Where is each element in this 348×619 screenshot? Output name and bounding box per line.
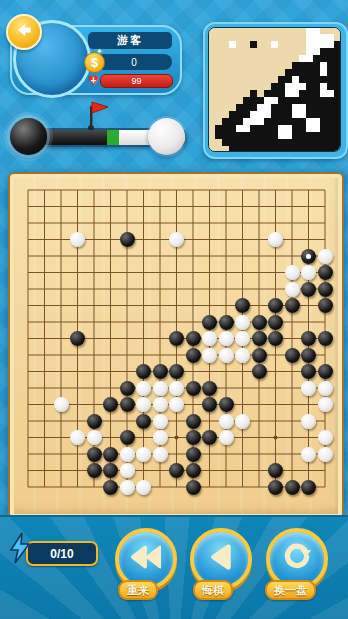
- minimap-cell: [320, 111, 327, 118]
- minimap-cell: [264, 55, 271, 62]
- minimap-cell: [250, 132, 257, 139]
- white-stone: [219, 348, 234, 363]
- minimap-cell: [278, 125, 285, 132]
- black-stone: [87, 463, 102, 478]
- minimap-cell: [299, 132, 306, 139]
- white-stone: [235, 348, 250, 363]
- minimap-cell: [208, 83, 215, 90]
- minimap-cell: [327, 76, 334, 83]
- minimap-cell: [306, 90, 313, 97]
- capture-counter: 0/10: [26, 541, 98, 566]
- white-stone: [202, 348, 217, 363]
- minimap-cell: [215, 69, 222, 76]
- minimap-cell: [264, 48, 271, 55]
- minimap-cell: [306, 83, 313, 90]
- minimap-cell: [299, 55, 306, 62]
- minimap-cell: [271, 97, 278, 104]
- minimap-cell: [243, 69, 250, 76]
- minimap-cell: [320, 27, 327, 34]
- minimap-cell: [299, 90, 306, 97]
- minimap-cell: [208, 55, 215, 62]
- minimap-cell: [327, 69, 334, 76]
- minimap-cell: [278, 146, 285, 152]
- minimap-cell: [271, 125, 278, 132]
- minimap-cell: [243, 111, 250, 118]
- minimap-cell: [208, 118, 215, 125]
- black-stone: [252, 331, 267, 346]
- minimap-cell: [334, 76, 341, 83]
- minimap-cell: [215, 90, 222, 97]
- minimap-cell: [327, 104, 334, 111]
- black-stone: [301, 480, 316, 495]
- minimap-cell: [278, 41, 285, 48]
- minimap-cell: [334, 125, 341, 132]
- minimap-cell: [208, 48, 215, 55]
- minimap-cell: [208, 76, 215, 83]
- minimap-cell: [250, 125, 257, 132]
- bottom-toolbar: 0/10 重来 悔棋: [0, 515, 348, 619]
- minimap-cell: [257, 62, 264, 69]
- black-stone: [301, 331, 316, 346]
- white-stone: [202, 331, 217, 346]
- minimap-cell: [222, 132, 229, 139]
- minimap-cell: [278, 83, 285, 90]
- back-button[interactable]: [6, 14, 42, 50]
- minimap-cell: [208, 125, 215, 132]
- lightning-icon: [8, 532, 32, 568]
- minimap-cell: [299, 76, 306, 83]
- minimap-cell: [243, 90, 250, 97]
- minimap-cell: [236, 69, 243, 76]
- black-stone: [219, 397, 234, 412]
- minimap-cell: [264, 69, 271, 76]
- minimap-cell: [285, 34, 292, 41]
- minimap-cell: [250, 34, 257, 41]
- minimap-cell: [334, 104, 341, 111]
- black-stone: [202, 315, 217, 330]
- minimap-cell: [306, 48, 313, 55]
- minimap-cell: [292, 41, 299, 48]
- minimap-cell: [313, 104, 320, 111]
- minimap-cell: [292, 90, 299, 97]
- minimap-cell: [243, 104, 250, 111]
- balance-bar: [0, 96, 200, 160]
- black-stone: [318, 298, 333, 313]
- minimap-cell: [222, 27, 229, 34]
- black-stone: [268, 315, 283, 330]
- minimap-cell: [215, 97, 222, 104]
- minimap-cell: [215, 76, 222, 83]
- minimap-cell: [278, 27, 285, 34]
- minimap-cell: [292, 111, 299, 118]
- minimap-cell: [264, 41, 271, 48]
- minimap-cell: [313, 118, 320, 125]
- black-stone: [268, 463, 283, 478]
- black-stone: [169, 463, 184, 478]
- minimap-cell: [313, 69, 320, 76]
- minimap-cell: [334, 97, 341, 104]
- minimap-cell: [257, 132, 264, 139]
- minimap-cell: [271, 83, 278, 90]
- black-stone: [186, 463, 201, 478]
- minimap-cell: [229, 118, 236, 125]
- black-stone: [103, 463, 118, 478]
- minimap-cell: [264, 90, 271, 97]
- minimap-cell: [257, 118, 264, 125]
- energy-bar: 99: [100, 74, 173, 88]
- minimap-cell: [215, 104, 222, 111]
- minimap-cell: [320, 97, 327, 104]
- minimap-cell: [271, 139, 278, 146]
- minimap-cell: [271, 90, 278, 97]
- minimap-cell: [271, 62, 278, 69]
- minimap-cell: [229, 104, 236, 111]
- minimap-cell: [320, 55, 327, 62]
- black-stone: [153, 364, 168, 379]
- minimap-cell: [292, 83, 299, 90]
- minimap-cell: [222, 41, 229, 48]
- minimap-cell: [229, 62, 236, 69]
- coin-sparkle-icon: ✦: [96, 47, 103, 56]
- white-stone: [301, 414, 316, 429]
- minimap-cell: [215, 27, 222, 34]
- minimap-cell: [306, 27, 313, 34]
- minimap-cell: [313, 90, 320, 97]
- minimap-cell: [334, 83, 341, 90]
- minimap-cell: [215, 55, 222, 62]
- minimap-cell: [306, 41, 313, 48]
- minimap-cell: [250, 83, 257, 90]
- minimap-cell: [327, 118, 334, 125]
- black-stone: [301, 364, 316, 379]
- black-stone: [186, 348, 201, 363]
- minimap-cell: [257, 90, 264, 97]
- black-stone: [252, 348, 267, 363]
- coin-value: 0: [96, 54, 172, 70]
- minimap-cell: [292, 139, 299, 146]
- black-stone: [219, 315, 234, 330]
- white-stone: [318, 447, 333, 462]
- minimap-cell: [243, 118, 250, 125]
- minimap-cell: [229, 83, 236, 90]
- minimap-cell: [215, 118, 222, 125]
- minimap-cell: [292, 132, 299, 139]
- black-stone: [186, 430, 201, 445]
- white-stone: [169, 232, 184, 247]
- minimap-cell: [215, 139, 222, 146]
- minimap-cell: [257, 41, 264, 48]
- black-stone: [285, 348, 300, 363]
- minimap-cell: [278, 104, 285, 111]
- minimap-cell: [250, 55, 257, 62]
- minimap-cell: [236, 41, 243, 48]
- minimap-cell: [208, 41, 215, 48]
- minimap-cell: [334, 55, 341, 62]
- black-stone: [103, 447, 118, 462]
- minimap-cell: [250, 48, 257, 55]
- minimap-cell: [222, 69, 229, 76]
- minimap-cell: [243, 27, 250, 34]
- minimap-cell: [271, 41, 278, 48]
- minimap-cell: [320, 41, 327, 48]
- minimap-cell: [320, 76, 327, 83]
- minimap-cell: [215, 62, 222, 69]
- minimap-cell: [320, 69, 327, 76]
- minimap-cell: [222, 62, 229, 69]
- minimap-cell: [278, 111, 285, 118]
- minimap-cell: [229, 111, 236, 118]
- newgame-group: 换一盘: [266, 517, 324, 619]
- minimap-cell: [334, 48, 341, 55]
- white-stone: [235, 331, 250, 346]
- minimap-cell: [327, 55, 334, 62]
- minimap-cell: [215, 48, 222, 55]
- minimap-cell: [257, 69, 264, 76]
- minimap-cell: [334, 62, 341, 69]
- black-stone: [202, 381, 217, 396]
- heart-icon: ♥+: [84, 71, 103, 90]
- minimap-cell: [229, 48, 236, 55]
- minimap-cell: [292, 104, 299, 111]
- change-board-label[interactable]: 换一盘: [265, 580, 316, 600]
- minimap-cell: [285, 139, 292, 146]
- black-stone: [70, 331, 85, 346]
- white-stone: [153, 447, 168, 462]
- minimap-cell: [313, 55, 320, 62]
- minimap-cell: [257, 83, 264, 90]
- minimap-cell: [334, 132, 341, 139]
- black-stone: [318, 364, 333, 379]
- minimap-cell: [306, 104, 313, 111]
- minimap-cell: [292, 55, 299, 62]
- minimap-cell: [243, 146, 250, 152]
- minimap-cell: [236, 118, 243, 125]
- white-stone: [136, 397, 151, 412]
- minimap-cell: [320, 132, 327, 139]
- green-marker: [107, 130, 119, 145]
- minimap-cell: [285, 125, 292, 132]
- minimap-cell: [250, 146, 257, 152]
- minimap-cell: [236, 90, 243, 97]
- minimap-cell: [264, 34, 271, 41]
- minimap-cell: [271, 146, 278, 152]
- minimap-cell: [278, 69, 285, 76]
- minimap-cell: [278, 139, 285, 146]
- white-stone: [153, 414, 168, 429]
- minimap-cell: [215, 111, 222, 118]
- minimap-cell: [229, 139, 236, 146]
- minimap-cell: [229, 132, 236, 139]
- minimap-cell: [306, 55, 313, 62]
- minimap-cell: [313, 125, 320, 132]
- minimap-cell: [271, 48, 278, 55]
- minimap-cell: [243, 139, 250, 146]
- minimap-pixels: [208, 27, 341, 152]
- minimap-cell: [229, 27, 236, 34]
- minimap-cell: [236, 132, 243, 139]
- minimap-cell: [306, 69, 313, 76]
- minimap-cell: [229, 34, 236, 41]
- minimap-cell: [299, 125, 306, 132]
- minimap-cell: [271, 69, 278, 76]
- black-stone: [120, 430, 135, 445]
- black-stone: [169, 364, 184, 379]
- minimap-cell: [292, 34, 299, 41]
- minimap-cell: [327, 111, 334, 118]
- white-stone: [153, 381, 168, 396]
- minimap-cell: [243, 83, 250, 90]
- minimap-cell: [285, 111, 292, 118]
- minimap-cell: [327, 83, 334, 90]
- minimap-cell: [215, 146, 222, 152]
- minimap-cell: [236, 34, 243, 41]
- minimap-cell: [299, 83, 306, 90]
- minimap-cell: [243, 48, 250, 55]
- minimap-cell: [264, 76, 271, 83]
- minimap-cell: [257, 125, 264, 132]
- white-stone: [219, 331, 234, 346]
- minimap-cell: [285, 132, 292, 139]
- minimap-cell: [278, 132, 285, 139]
- minimap-cell: [313, 83, 320, 90]
- minimap-cell: [222, 48, 229, 55]
- minimap-cell: [208, 146, 215, 152]
- minimap-cell: [327, 139, 334, 146]
- minimap-cell: [320, 90, 327, 97]
- minimap-cell: [250, 69, 257, 76]
- minimap-cell: [264, 111, 271, 118]
- minimap-cell: [257, 27, 264, 34]
- minimap-cell: [327, 48, 334, 55]
- minimap-cell: [271, 34, 278, 41]
- minimap-cell: [334, 69, 341, 76]
- black-stone: [318, 331, 333, 346]
- minimap-cell: [306, 132, 313, 139]
- minimap-cell: [306, 146, 313, 152]
- minimap-cell: [320, 118, 327, 125]
- white-stone: [235, 414, 250, 429]
- minimap-cell: [236, 125, 243, 132]
- minimap-cell: [229, 41, 236, 48]
- minimap-cell: [313, 34, 320, 41]
- minimap-cell: [320, 139, 327, 146]
- white-stone: [120, 447, 135, 462]
- minimap-cell: [257, 48, 264, 55]
- minimap-cell: [243, 62, 250, 69]
- minimap-cell: [313, 97, 320, 104]
- minimap-cell: [264, 62, 271, 69]
- minimap-cell: [285, 62, 292, 69]
- minimap-cell: [229, 69, 236, 76]
- minimap-cell: [327, 41, 334, 48]
- minimap-cell: [257, 55, 264, 62]
- white-stone: [318, 397, 333, 412]
- minimap-cell: [222, 55, 229, 62]
- minimap-cell: [285, 55, 292, 62]
- minimap-cell: [306, 125, 313, 132]
- minimap-cell: [327, 125, 334, 132]
- minimap-cell: [250, 104, 257, 111]
- minimap-cell: [257, 76, 264, 83]
- minimap-cell: [292, 118, 299, 125]
- minimap-cell: [222, 139, 229, 146]
- black-stone-ball: [10, 118, 47, 155]
- minimap-cell: [327, 90, 334, 97]
- minimap-cell: [327, 62, 334, 69]
- minimap-cell: [243, 125, 250, 132]
- minimap-cell: [299, 104, 306, 111]
- refresh-icon: [283, 543, 311, 575]
- minimap-cell: [292, 97, 299, 104]
- minimap-cell: [243, 55, 250, 62]
- minimap-cell: [292, 76, 299, 83]
- minimap-cell: [327, 146, 334, 152]
- minimap-cell: [208, 104, 215, 111]
- black-stone: [136, 414, 151, 429]
- minimap-cell: [313, 132, 320, 139]
- black-stone: [252, 315, 267, 330]
- minimap-cell: [306, 76, 313, 83]
- black-stone: [87, 414, 102, 429]
- minimap-cell: [271, 118, 278, 125]
- minimap-cell: [215, 83, 222, 90]
- minimap-cell: [257, 97, 264, 104]
- minimap-cell: [299, 27, 306, 34]
- app-screen: 游客 0 $ ✦ ♥+ 99: [0, 0, 348, 619]
- white-stone: [70, 232, 85, 247]
- minimap-cell: [299, 146, 306, 152]
- white-stone: [301, 381, 316, 396]
- minimap-cell: [264, 83, 271, 90]
- minimap-cell: [236, 76, 243, 83]
- minimap-cell: [313, 27, 320, 34]
- minimap-cell: [278, 97, 285, 104]
- minimap-cell: [320, 48, 327, 55]
- minimap-cell: [236, 146, 243, 152]
- minimap-cell: [257, 104, 264, 111]
- minimap-cell: [285, 118, 292, 125]
- white-stone: [120, 480, 135, 495]
- undo-label[interactable]: 悔棋: [193, 580, 233, 600]
- black-stone: [186, 414, 201, 429]
- black-stone: [301, 348, 316, 363]
- minimap-cell: [306, 62, 313, 69]
- last-move-marker: [306, 254, 311, 259]
- minimap-cell: [299, 34, 306, 41]
- minimap-cell: [292, 69, 299, 76]
- minimap-cell: [306, 34, 313, 41]
- minimap-cell: [208, 69, 215, 76]
- minimap-cell: [334, 118, 341, 125]
- minimap-cell: [215, 125, 222, 132]
- minimap-cell: [334, 34, 341, 41]
- restart-group: 重来: [115, 517, 173, 619]
- minimap-cell: [222, 83, 229, 90]
- white-stone: [169, 381, 184, 396]
- minimap-cell: [278, 34, 285, 41]
- minimap-cell: [334, 111, 341, 118]
- black-stone: [103, 397, 118, 412]
- go-board[interactable]: [8, 172, 344, 520]
- black-stone: [268, 331, 283, 346]
- restart-label[interactable]: 重来: [118, 580, 158, 600]
- minimap-cell: [264, 104, 271, 111]
- minimap-cell: [257, 34, 264, 41]
- white-stone: [285, 282, 300, 297]
- minimap-cell: [313, 48, 320, 55]
- black-stone: [202, 397, 217, 412]
- minimap-cell: [222, 90, 229, 97]
